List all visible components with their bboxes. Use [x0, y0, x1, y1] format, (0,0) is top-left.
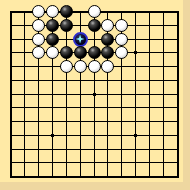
white-stone[interactable] — [46, 46, 59, 59]
white-stone[interactable] — [60, 60, 73, 73]
white-stone[interactable] — [101, 19, 114, 32]
black-stone[interactable] — [88, 46, 101, 59]
grid-line — [149, 11, 150, 178]
black-stone[interactable] — [74, 46, 87, 59]
grid-line — [10, 176, 179, 178]
grid-line — [177, 11, 179, 178]
black-stone[interactable] — [60, 5, 73, 18]
star-point — [51, 134, 54, 137]
star-point — [134, 134, 137, 137]
grid-line — [163, 11, 164, 178]
grid-line — [10, 149, 179, 150]
black-stone[interactable] — [60, 46, 73, 59]
black-stone[interactable] — [101, 46, 114, 59]
last-move-stone[interactable] — [73, 32, 88, 47]
black-stone[interactable] — [88, 19, 101, 32]
white-stone[interactable] — [32, 33, 45, 46]
white-stone[interactable] — [32, 5, 45, 18]
white-stone[interactable] — [88, 5, 101, 18]
black-stone[interactable] — [101, 33, 114, 46]
white-stone[interactable] — [74, 60, 87, 73]
grid-line — [135, 11, 136, 178]
white-stone[interactable] — [115, 19, 128, 32]
go-app-window — [0, 0, 190, 190]
white-stone[interactable] — [46, 5, 59, 18]
black-stone[interactable] — [46, 19, 59, 32]
black-stone[interactable] — [60, 19, 73, 32]
grid-line — [10, 107, 179, 108]
black-stone[interactable] — [46, 33, 59, 46]
grid-line — [10, 121, 179, 122]
white-stone[interactable] — [32, 19, 45, 32]
white-stone[interactable] — [101, 60, 114, 73]
grid-line — [10, 135, 179, 136]
white-stone[interactable] — [115, 46, 128, 59]
grid-line — [10, 162, 179, 163]
white-stone[interactable] — [115, 33, 128, 46]
white-stone[interactable] — [32, 46, 45, 59]
go-board[interactable] — [0, 0, 190, 190]
star-point — [93, 93, 96, 96]
white-stone[interactable] — [88, 60, 101, 73]
last-move-star-icon — [76, 35, 85, 44]
star-point — [134, 51, 137, 54]
